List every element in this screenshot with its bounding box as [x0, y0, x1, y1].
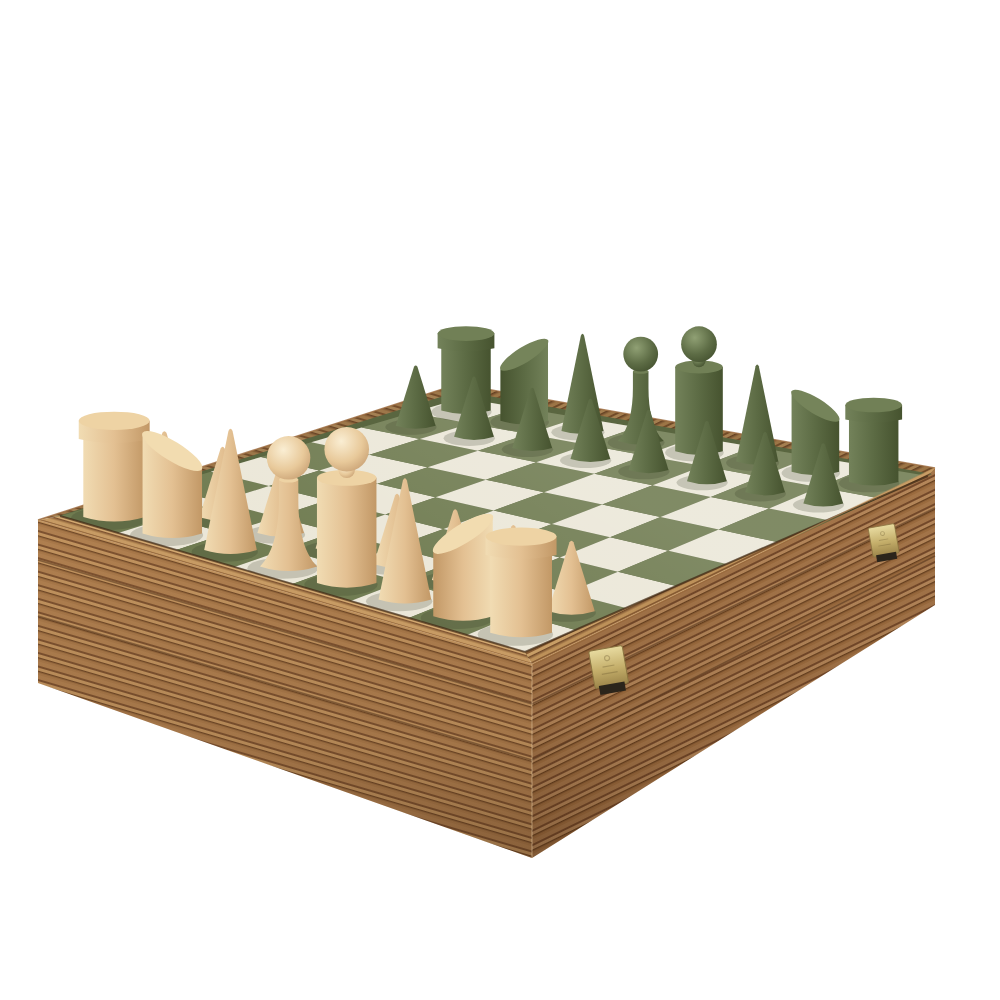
board-scene-svg: [0, 0, 1000, 1000]
piece-black-rook-h8[interactable]: [839, 398, 902, 493]
piece-white-rook-a1[interactable]: [71, 412, 150, 530]
piece-black-knight-g8[interactable]: [782, 384, 844, 481]
piece-black-knight-b8[interactable]: [490, 333, 552, 430]
chess-set-photo: [0, 0, 1000, 1000]
piece-black-rook-a8[interactable]: [431, 326, 494, 421]
